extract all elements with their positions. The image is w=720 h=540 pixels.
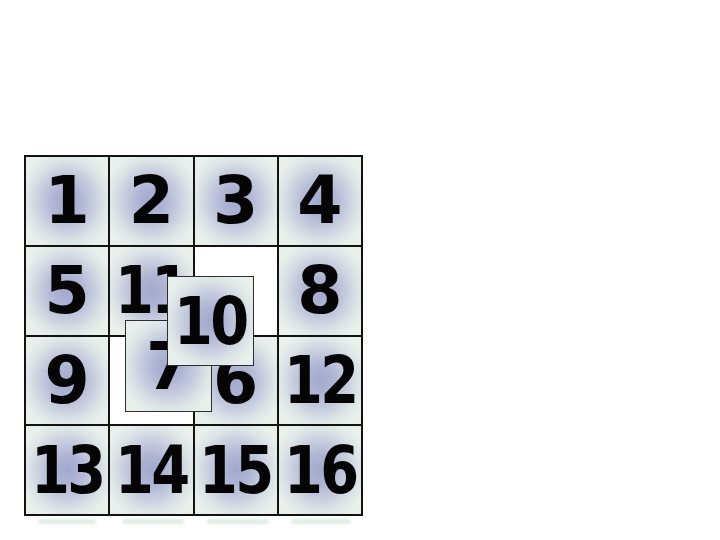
tile-12[interactable]: 12 [279, 337, 361, 425]
tile-1-label: 1 [45, 168, 90, 233]
tile-4[interactable]: 4 [279, 157, 361, 245]
tile-shadow-4 [291, 519, 351, 524]
slide-canvas: 1 2 3 4 5 11 8 9 6 12 13 14 15 16 7 10 [0, 0, 720, 540]
tile-2-label: 2 [129, 168, 174, 233]
tile-8-label: 8 [297, 258, 342, 323]
tile-4-label: 4 [297, 168, 342, 233]
moving-tile-10-label: 10 [174, 289, 247, 354]
tile-1[interactable]: 1 [26, 157, 108, 245]
tile-14[interactable]: 14 [110, 426, 192, 514]
tile-16-label: 16 [284, 438, 357, 503]
tile-shadow-1 [38, 519, 96, 524]
moving-tile-10[interactable]: 10 [167, 276, 254, 366]
tile-14-label: 14 [115, 438, 188, 503]
tile-5-label: 5 [45, 258, 90, 323]
tile-9[interactable]: 9 [26, 337, 108, 425]
tile-13-label: 13 [31, 438, 104, 503]
tile-15-label: 15 [199, 438, 272, 503]
tile-shadow-2 [122, 519, 184, 524]
tile-15[interactable]: 15 [195, 426, 277, 514]
tile-16[interactable]: 16 [279, 426, 361, 514]
tile-13[interactable]: 13 [26, 426, 108, 514]
tile-3-label: 3 [213, 168, 258, 233]
tile-shadow-3 [207, 519, 269, 524]
tile-3[interactable]: 3 [195, 157, 277, 245]
tile-2[interactable]: 2 [110, 157, 192, 245]
tile-8[interactable]: 8 [279, 247, 361, 335]
tile-5[interactable]: 5 [26, 247, 108, 335]
tile-9-label: 9 [45, 348, 90, 413]
tile-12-label: 12 [284, 348, 357, 413]
